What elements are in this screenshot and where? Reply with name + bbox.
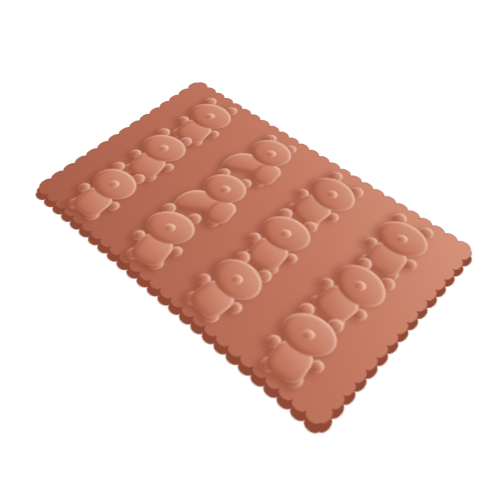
silicone-mold-tray [40, 83, 470, 423]
product-photo-canvas [0, 0, 500, 500]
